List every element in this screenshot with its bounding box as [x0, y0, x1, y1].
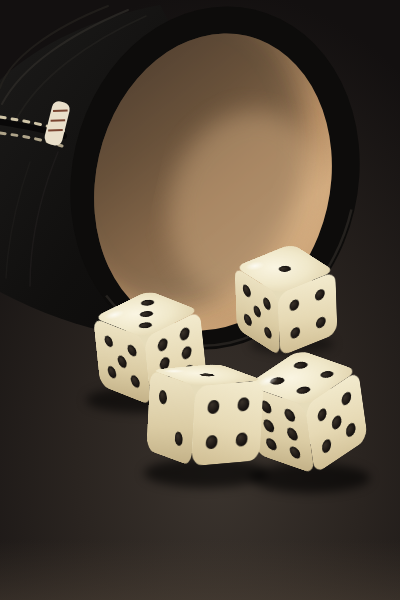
pip	[104, 334, 114, 349]
pip	[157, 337, 168, 353]
pip	[315, 288, 325, 303]
pip	[197, 373, 216, 377]
pip	[253, 304, 261, 319]
pip	[159, 389, 167, 405]
pip	[331, 414, 342, 432]
pip	[117, 354, 127, 369]
pip	[317, 370, 336, 380]
pip	[289, 445, 301, 460]
die-back-right	[250, 264, 322, 336]
photo-dice-cup-scene	[0, 0, 400, 600]
die-front-center-cube	[169, 372, 242, 458]
pip	[263, 296, 271, 311]
floor-light-band	[0, 540, 400, 600]
pip	[294, 385, 313, 395]
pip	[181, 345, 192, 361]
pip	[286, 426, 298, 441]
pip	[205, 435, 217, 450]
pip	[321, 437, 332, 455]
cup-and-background	[0, 0, 400, 600]
pip	[263, 418, 275, 433]
pip	[346, 421, 357, 439]
pip	[127, 343, 137, 358]
pip	[235, 432, 247, 447]
pip	[317, 406, 328, 424]
pip	[268, 376, 287, 386]
pip	[179, 326, 190, 342]
pip	[237, 397, 249, 412]
pip	[291, 361, 310, 371]
pip	[175, 431, 183, 447]
pip	[284, 408, 296, 423]
pip	[137, 310, 155, 318]
pip	[289, 298, 299, 313]
pip	[264, 325, 272, 340]
pip	[131, 374, 141, 389]
pip	[316, 315, 326, 330]
die-front-center	[164, 374, 246, 456]
die-back-right-cube	[256, 257, 316, 342]
die-front-right-cube	[276, 360, 339, 464]
pip	[136, 321, 154, 329]
pip	[341, 390, 352, 408]
die-front-right	[267, 372, 347, 452]
pip	[244, 312, 252, 327]
pip	[107, 365, 117, 380]
die-front-center-left-face	[146, 370, 195, 467]
pip	[243, 283, 251, 298]
pip	[276, 265, 293, 274]
pip	[265, 437, 277, 452]
pip	[290, 325, 300, 340]
pip	[207, 400, 219, 415]
die-front-center-front-face	[191, 380, 264, 466]
pip	[138, 299, 156, 307]
